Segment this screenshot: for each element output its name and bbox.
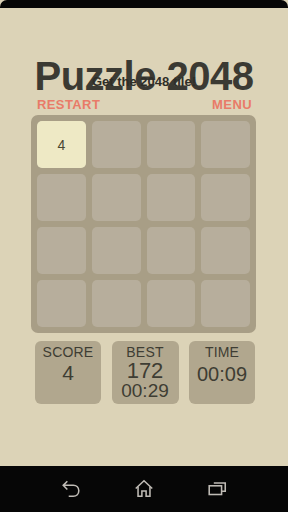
tile-4: 4: [37, 121, 86, 168]
board-cell: [92, 121, 141, 168]
stats-panels: SCORE 4 BEST 172 00:29 TIME 00:09: [35, 341, 255, 404]
menu-button[interactable]: MENU: [212, 98, 252, 112]
board-cell: [147, 280, 196, 327]
board-cell: [147, 227, 196, 274]
restart-button[interactable]: RESTART: [37, 98, 100, 112]
board-cell: [147, 121, 196, 168]
board-cell: [201, 227, 250, 274]
board-cell: [201, 174, 250, 221]
recents-icon[interactable]: [206, 478, 228, 500]
best-time: 00:29: [112, 381, 179, 401]
board-cell: [201, 121, 250, 168]
board-cell: [92, 174, 141, 221]
android-nav-bar: [0, 466, 288, 512]
best-value: 172: [112, 361, 179, 381]
time-value: 00:09: [189, 364, 255, 384]
home-icon[interactable]: [133, 478, 155, 500]
board-cell: [147, 174, 196, 221]
board-cell: 4: [37, 121, 86, 168]
score-panel: SCORE 4: [35, 341, 101, 404]
time-panel: TIME 00:09: [189, 341, 255, 404]
status-bar: [0, 0, 288, 8]
best-panel: BEST 172 00:29: [112, 341, 179, 404]
app-subtitle: Get the 2048 tile!: [0, 75, 288, 89]
board-cell: [37, 280, 86, 327]
back-icon[interactable]: [60, 478, 82, 500]
score-value: 4: [35, 363, 101, 383]
game-board[interactable]: 4: [31, 115, 256, 333]
score-label: SCORE: [35, 345, 101, 360]
board-cell: [201, 280, 250, 327]
board-cell: [37, 174, 86, 221]
board-cell: [92, 280, 141, 327]
board-cell: [37, 227, 86, 274]
board-cell: [92, 227, 141, 274]
time-label: TIME: [189, 345, 255, 360]
toolbar: RESTART MENU: [37, 98, 252, 112]
